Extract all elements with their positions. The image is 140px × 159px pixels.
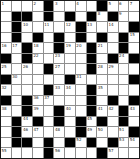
letter-cell[interactable]: 3: [54, 1, 64, 11]
letter-cell[interactable]: [54, 22, 64, 32]
letter-cell[interactable]: 40: [65, 106, 75, 116]
letter-cell[interactable]: 19: [65, 43, 75, 53]
clue-number: 23: [54, 54, 60, 59]
letter-cell[interactable]: 16: [1, 43, 11, 53]
blocked-cell: [108, 96, 118, 106]
blocked-cell: [65, 75, 75, 85]
blocked-cell: [87, 43, 97, 53]
clue-number: 9: [119, 12, 122, 17]
blocked-cell: [33, 33, 43, 43]
letter-cell[interactable]: [44, 117, 54, 127]
clue-number: 19: [65, 43, 71, 48]
letter-cell[interactable]: [119, 85, 129, 95]
letter-cell[interactable]: [76, 85, 86, 95]
letter-cell[interactable]: 8: [97, 12, 107, 22]
letter-cell[interactable]: 21: [97, 43, 107, 53]
letter-cell[interactable]: [54, 75, 64, 85]
clue-number: 16: [1, 43, 7, 48]
letter-cell[interactable]: 11: [44, 22, 54, 32]
letter-cell[interactable]: 57: [108, 148, 118, 158]
blocked-cell: [76, 22, 86, 32]
blocked-cell: [54, 106, 64, 116]
letter-cell[interactable]: 25: [1, 64, 11, 74]
letter-cell[interactable]: [12, 1, 22, 11]
blocked-cell: [22, 43, 32, 53]
blocked-cell: [76, 117, 86, 127]
blocked-cell: [12, 12, 22, 22]
letter-cell[interactable]: [44, 43, 54, 53]
blocked-cell: [119, 33, 129, 43]
clue-number: 44: [22, 117, 28, 122]
clue-number: 6: [119, 1, 122, 6]
clue-number: 27: [54, 64, 60, 69]
blocked-cell: [1, 75, 11, 85]
letter-cell[interactable]: [65, 148, 75, 158]
letter-cell[interactable]: 38: [1, 106, 11, 116]
clue-number: 4: [76, 1, 79, 6]
clue-number: 54: [129, 138, 135, 143]
clue-number: 38: [1, 106, 7, 111]
letter-cell[interactable]: 13: [87, 22, 97, 32]
letter-cell[interactable]: [129, 85, 139, 95]
letter-cell[interactable]: [76, 96, 86, 106]
clue-number: 18: [33, 43, 39, 48]
letter-cell[interactable]: 49: [87, 127, 97, 137]
clue-number: 21: [97, 43, 103, 48]
letter-cell[interactable]: [54, 96, 64, 106]
clue-number: 32: [1, 85, 7, 90]
clue-number: 56: [54, 148, 60, 153]
letter-cell[interactable]: 43: [129, 106, 139, 116]
letter-cell[interactable]: [1, 127, 11, 137]
clue-number: 17: [12, 43, 18, 48]
letter-cell[interactable]: 45: [87, 117, 97, 127]
blocked-cell: [76, 127, 86, 137]
letter-cell[interactable]: 32: [1, 85, 11, 95]
blocked-cell: [44, 1, 54, 11]
letter-cell[interactable]: 37: [44, 96, 54, 106]
letter-cell[interactable]: [44, 33, 54, 43]
letter-cell[interactable]: [129, 148, 139, 158]
crossword-grid: 1234567891011121314151617181920212223242…: [0, 0, 140, 159]
letter-cell[interactable]: 33: [54, 85, 64, 95]
clue-number: 26: [22, 64, 28, 69]
blocked-cell: [97, 33, 107, 43]
letter-cell[interactable]: 5: [108, 1, 118, 11]
clue-number: 1: [1, 1, 4, 6]
blocked-cell: [44, 138, 54, 148]
blocked-cell: [12, 127, 22, 137]
blocked-cell: [1, 96, 11, 106]
blocked-cell: [65, 12, 75, 22]
letter-cell[interactable]: 30: [12, 75, 22, 85]
letter-cell[interactable]: [44, 75, 54, 85]
letter-cell[interactable]: [33, 64, 43, 74]
letter-cell[interactable]: [12, 106, 22, 116]
clue-number: 28: [97, 64, 103, 69]
letter-cell[interactable]: 56: [54, 148, 64, 158]
clue-number: 55: [1, 148, 7, 153]
letter-cell[interactable]: [97, 96, 107, 106]
clue-number: 10: [22, 22, 28, 27]
blocked-cell: [33, 117, 43, 127]
letter-cell[interactable]: 29: [108, 64, 118, 74]
blocked-cell: [97, 117, 107, 127]
letter-cell[interactable]: [129, 117, 139, 127]
blocked-cell: [44, 12, 54, 22]
blocked-cell: [87, 12, 97, 22]
clue-number: 51: [119, 127, 125, 132]
letter-cell[interactable]: 42: [108, 106, 118, 116]
blocked-cell: [22, 12, 32, 22]
blocked-cell: [1, 54, 11, 64]
clue-number: 48: [54, 127, 60, 132]
blocked-cell: [97, 1, 107, 11]
letter-cell[interactable]: 15: [129, 33, 139, 43]
letter-cell[interactable]: 2: [33, 1, 43, 11]
letter-cell[interactable]: 14: [108, 22, 118, 32]
letter-cell[interactable]: 53: [119, 138, 129, 148]
letter-cell[interactable]: 47: [33, 127, 43, 137]
letter-cell[interactable]: 51: [119, 127, 129, 137]
letter-cell[interactable]: [97, 22, 107, 32]
clue-number: 8: [97, 12, 100, 17]
letter-cell[interactable]: [54, 138, 64, 148]
letter-cell[interactable]: [1, 33, 11, 43]
clue-number: 33: [54, 85, 60, 90]
letter-cell[interactable]: [1, 138, 11, 148]
letter-cell[interactable]: 7: [129, 1, 139, 11]
clue-number: 2: [33, 1, 36, 6]
letter-cell[interactable]: [65, 127, 75, 137]
clue-number: 5: [108, 1, 111, 6]
blocked-cell: [22, 138, 32, 148]
clue-number: 50: [97, 127, 103, 132]
blocked-cell: [108, 12, 118, 22]
blocked-cell: [44, 85, 54, 95]
blocked-cell: [129, 96, 139, 106]
clue-number: 42: [108, 106, 114, 111]
blocked-cell: [22, 54, 32, 64]
letter-cell[interactable]: [65, 96, 75, 106]
letter-cell[interactable]: [108, 75, 118, 85]
letter-cell[interactable]: 23: [54, 54, 64, 64]
letter-cell[interactable]: [22, 85, 32, 95]
clue-number: 57: [108, 148, 114, 153]
letter-cell[interactable]: [1, 117, 11, 127]
blocked-cell: [129, 22, 139, 32]
letter-cell[interactable]: [65, 33, 75, 43]
blocked-cell: [54, 117, 64, 127]
clue-number: 34: [65, 85, 71, 90]
letter-cell[interactable]: [119, 64, 129, 74]
letter-cell[interactable]: [22, 1, 32, 11]
clue-number: 11: [44, 22, 50, 27]
letter-cell[interactable]: [97, 54, 107, 64]
blocked-cell: [12, 117, 22, 127]
letter-cell[interactable]: 1: [1, 1, 11, 11]
letter-cell[interactable]: [108, 127, 118, 137]
clue-number: 20: [76, 43, 82, 48]
letter-cell[interactable]: [44, 127, 54, 137]
clue-number: 13: [87, 22, 93, 27]
letter-cell[interactable]: [119, 96, 129, 106]
blocked-cell: [76, 33, 86, 43]
clue-number: 35: [97, 85, 103, 90]
blocked-cell: [12, 22, 22, 32]
letter-cell[interactable]: 39: [33, 106, 43, 116]
letter-cell[interactable]: 54: [129, 138, 139, 148]
blocked-cell: [87, 64, 97, 74]
letter-cell[interactable]: [108, 43, 118, 53]
clue-number: 29: [108, 64, 114, 69]
clue-number: 53: [119, 138, 125, 143]
letter-cell[interactable]: 28: [97, 64, 107, 74]
letter-cell[interactable]: [22, 75, 32, 85]
letter-cell[interactable]: [33, 85, 43, 95]
blocked-cell: [87, 54, 97, 64]
blocked-cell: [65, 138, 75, 148]
letter-cell[interactable]: [76, 54, 86, 64]
blocked-cell: [12, 138, 22, 148]
letter-cell[interactable]: [12, 64, 22, 74]
blocked-cell: [54, 43, 64, 53]
letter-cell[interactable]: [76, 64, 86, 74]
clue-number: 39: [33, 106, 39, 111]
letter-cell[interactable]: 44: [22, 117, 32, 127]
clue-number: 25: [1, 64, 7, 69]
blocked-cell: [22, 106, 32, 116]
letter-cell[interactable]: [129, 64, 139, 74]
letter-cell[interactable]: 34: [65, 85, 75, 95]
letter-cell[interactable]: [76, 106, 86, 116]
blocked-cell: [87, 106, 97, 116]
letter-cell[interactable]: [33, 12, 43, 22]
letter-cell[interactable]: 6: [119, 1, 129, 11]
letter-cell[interactable]: 31: [76, 75, 86, 85]
clue-number: 45: [87, 117, 93, 122]
letter-cell[interactable]: [108, 33, 118, 43]
letter-cell[interactable]: 17: [12, 43, 22, 53]
letter-cell[interactable]: [44, 54, 54, 64]
letter-cell[interactable]: [97, 75, 107, 85]
letter-cell[interactable]: 4: [76, 1, 86, 11]
letter-cell[interactable]: 26: [22, 64, 32, 74]
clue-number: 41: [97, 106, 103, 111]
letter-cell[interactable]: 18: [33, 43, 43, 53]
letter-cell[interactable]: [12, 148, 22, 158]
blocked-cell: [108, 54, 118, 64]
letter-cell[interactable]: 22: [33, 54, 43, 64]
letter-cell[interactable]: 24: [119, 54, 129, 64]
blocked-cell: [129, 54, 139, 64]
letter-cell[interactable]: [119, 75, 129, 85]
letter-cell[interactable]: [33, 138, 43, 148]
blocked-cell: [44, 148, 54, 158]
letter-cell[interactable]: 50: [97, 127, 107, 137]
letter-cell[interactable]: [119, 148, 129, 158]
letter-cell[interactable]: [33, 75, 43, 85]
letter-cell[interactable]: 52: [76, 138, 86, 148]
blocked-cell: [87, 96, 97, 106]
letter-cell[interactable]: 48: [54, 127, 64, 137]
letter-cell[interactable]: [1, 22, 11, 32]
clue-number: 7: [129, 1, 132, 6]
letter-cell[interactable]: [65, 1, 75, 11]
blocked-cell: [97, 148, 107, 158]
letter-cell[interactable]: [33, 22, 43, 32]
blocked-cell: [119, 117, 129, 127]
blocked-cell: [22, 96, 32, 106]
letter-cell[interactable]: [12, 96, 22, 106]
letter-cell[interactable]: 20: [76, 43, 86, 53]
letter-cell[interactable]: [97, 138, 107, 148]
letter-cell[interactable]: [87, 33, 97, 43]
blocked-cell: [87, 85, 97, 95]
letter-cell[interactable]: 12: [65, 22, 75, 32]
blocked-cell: [129, 75, 139, 85]
letter-cell[interactable]: [87, 148, 97, 158]
clue-number: 52: [76, 138, 82, 143]
letter-cell[interactable]: [108, 117, 118, 127]
blocked-cell: [119, 43, 129, 53]
letter-cell[interactable]: [44, 106, 54, 116]
clue-number: 12: [65, 22, 71, 27]
letter-cell[interactable]: [76, 12, 86, 22]
clue-number: 37: [44, 96, 50, 101]
clue-number: 22: [33, 54, 39, 59]
letter-cell[interactable]: [12, 85, 22, 95]
clue-number: 15: [129, 33, 135, 38]
blocked-cell: [54, 33, 64, 43]
letter-cell[interactable]: 55: [1, 148, 11, 158]
blocked-cell: [108, 138, 118, 148]
letter-cell[interactable]: [22, 148, 32, 158]
letter-cell[interactable]: [119, 22, 129, 32]
clue-number: 30: [12, 75, 18, 80]
blocked-cell: [12, 33, 22, 43]
crossword-page: 1234567891011121314151617181920212223242…: [0, 0, 140, 159]
blocked-cell: [44, 64, 54, 74]
letter-cell[interactable]: [65, 64, 75, 74]
letter-cell[interactable]: [33, 148, 43, 158]
letter-cell[interactable]: 10: [22, 22, 32, 32]
letter-cell[interactable]: [129, 43, 139, 53]
letter-cell[interactable]: 36: [33, 96, 43, 106]
clue-number: 3: [54, 1, 57, 6]
clue-number: 36: [33, 96, 39, 101]
letter-cell[interactable]: 9: [119, 12, 129, 22]
clue-number: 14: [108, 22, 114, 27]
letter-cell[interactable]: [87, 75, 97, 85]
blocked-cell: [129, 127, 139, 137]
letter-cell[interactable]: [54, 12, 64, 22]
clue-number: 46: [22, 127, 28, 132]
clue-number: 47: [33, 127, 39, 132]
letter-cell[interactable]: [108, 85, 118, 95]
clue-number: 43: [129, 106, 135, 111]
letter-cell[interactable]: [65, 54, 75, 64]
blocked-cell: [119, 106, 129, 116]
letter-cell[interactable]: 35: [97, 85, 107, 95]
letter-cell[interactable]: [1, 12, 11, 22]
letter-cell[interactable]: 41: [97, 106, 107, 116]
letter-cell[interactable]: [129, 12, 139, 22]
clue-number: 49: [87, 127, 93, 132]
letter-cell[interactable]: [65, 117, 75, 127]
letter-cell[interactable]: [12, 54, 22, 64]
letter-cell[interactable]: 27: [54, 64, 64, 74]
blocked-cell: [87, 138, 97, 148]
clue-number: 31: [76, 75, 82, 80]
clue-number: 40: [65, 106, 71, 111]
letter-cell[interactable]: [76, 148, 86, 158]
letter-cell[interactable]: 46: [22, 127, 32, 137]
clue-number: 24: [119, 54, 125, 59]
letter-cell[interactable]: [22, 33, 32, 43]
letter-cell[interactable]: [87, 1, 97, 11]
